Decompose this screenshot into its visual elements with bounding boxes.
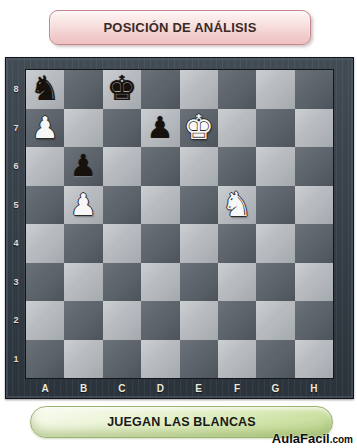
square-d4 bbox=[141, 224, 179, 263]
square-h8 bbox=[295, 70, 333, 109]
square-f7 bbox=[218, 109, 256, 148]
square-g6 bbox=[256, 147, 294, 186]
rank-labels: 87654321 bbox=[6, 70, 26, 378]
square-c6 bbox=[103, 147, 141, 186]
square-h1 bbox=[295, 340, 333, 379]
analysis-title-banner: POSICIÓN DE ANÁLISIS bbox=[49, 10, 311, 45]
brand-suffix: .com bbox=[330, 434, 353, 445]
square-g1 bbox=[256, 340, 294, 379]
square-e3 bbox=[180, 263, 218, 302]
square-b3 bbox=[64, 263, 102, 302]
square-c2 bbox=[103, 301, 141, 340]
white-pawn-b5: ♟ bbox=[70, 190, 97, 220]
square-b4 bbox=[64, 224, 102, 263]
square-a1 bbox=[26, 340, 64, 379]
square-g5 bbox=[256, 186, 294, 225]
white-king-e7: ♚ bbox=[183, 110, 213, 144]
rank-label-2: 2 bbox=[6, 301, 26, 340]
white-pawn-a7: ♟ bbox=[32, 113, 59, 143]
square-h2 bbox=[295, 301, 333, 340]
white-knight-f5: ♞ bbox=[222, 187, 252, 221]
square-h5 bbox=[295, 186, 333, 225]
square-f3 bbox=[218, 263, 256, 302]
square-c3 bbox=[103, 263, 141, 302]
square-h4 bbox=[295, 224, 333, 263]
square-c5 bbox=[103, 186, 141, 225]
file-labels: ABCDEFGH bbox=[26, 379, 333, 397]
square-f1 bbox=[218, 340, 256, 379]
black-king-c8: ♚ bbox=[107, 71, 137, 105]
square-e8 bbox=[180, 70, 218, 109]
rank-label-7: 7 bbox=[6, 109, 26, 148]
square-c7 bbox=[103, 109, 141, 148]
square-a4 bbox=[26, 224, 64, 263]
brand-watermark: AulaFacil.com bbox=[272, 429, 353, 447]
black-pawn-d7: ♟ bbox=[147, 113, 174, 143]
square-h3 bbox=[295, 263, 333, 302]
square-d3 bbox=[141, 263, 179, 302]
square-h7 bbox=[295, 109, 333, 148]
file-label-f: F bbox=[218, 379, 256, 397]
file-label-e: E bbox=[180, 379, 218, 397]
black-pawn-b6: ♟ bbox=[70, 151, 97, 181]
square-f8 bbox=[218, 70, 256, 109]
square-c4 bbox=[103, 224, 141, 263]
file-label-d: D bbox=[141, 379, 179, 397]
file-label-h: H bbox=[295, 379, 333, 397]
square-b7 bbox=[64, 109, 102, 148]
square-h6 bbox=[295, 147, 333, 186]
square-d8 bbox=[141, 70, 179, 109]
square-d7: ♟ bbox=[141, 109, 179, 148]
file-label-c: C bbox=[103, 379, 141, 397]
square-a3 bbox=[26, 263, 64, 302]
square-e2 bbox=[180, 301, 218, 340]
board-grid: ♞♚♟♟♚♟♟♞ bbox=[26, 70, 333, 378]
square-e5 bbox=[180, 186, 218, 225]
square-a2 bbox=[26, 301, 64, 340]
square-b8 bbox=[64, 70, 102, 109]
square-c8: ♚ bbox=[103, 70, 141, 109]
square-a7: ♟ bbox=[26, 109, 64, 148]
square-e6 bbox=[180, 147, 218, 186]
square-a8: ♞ bbox=[26, 70, 64, 109]
square-f4 bbox=[218, 224, 256, 263]
square-g3 bbox=[256, 263, 294, 302]
square-d6 bbox=[141, 147, 179, 186]
square-b6: ♟ bbox=[64, 147, 102, 186]
square-c1 bbox=[103, 340, 141, 379]
square-b2 bbox=[64, 301, 102, 340]
black-knight-a8: ♞ bbox=[30, 71, 60, 105]
file-label-b: B bbox=[64, 379, 102, 397]
rank-label-8: 8 bbox=[6, 70, 26, 109]
square-b5: ♟ bbox=[64, 186, 102, 225]
rank-label-3: 3 bbox=[6, 263, 26, 302]
square-a5 bbox=[26, 186, 64, 225]
rank-label-1: 1 bbox=[6, 340, 26, 379]
square-d2 bbox=[141, 301, 179, 340]
square-f5: ♞ bbox=[218, 186, 256, 225]
analysis-title: POSICIÓN DE ANÁLISIS bbox=[103, 20, 256, 35]
square-g8 bbox=[256, 70, 294, 109]
file-label-g: G bbox=[256, 379, 294, 397]
turn-text: JUEGAN LAS BLANCAS bbox=[107, 415, 256, 429]
square-b1 bbox=[64, 340, 102, 379]
square-g2 bbox=[256, 301, 294, 340]
square-d1 bbox=[141, 340, 179, 379]
file-label-a: A bbox=[26, 379, 64, 397]
rank-label-6: 6 bbox=[6, 147, 26, 186]
square-g7 bbox=[256, 109, 294, 148]
square-f2 bbox=[218, 301, 256, 340]
square-e7: ♚ bbox=[180, 109, 218, 148]
rank-label-4: 4 bbox=[6, 224, 26, 263]
square-a6 bbox=[26, 147, 64, 186]
square-d5 bbox=[141, 186, 179, 225]
square-e4 bbox=[180, 224, 218, 263]
brand-name: AulaFacil bbox=[272, 431, 330, 446]
rank-label-5: 5 bbox=[6, 186, 26, 225]
square-e1 bbox=[180, 340, 218, 379]
square-g4 bbox=[256, 224, 294, 263]
square-f6 bbox=[218, 147, 256, 186]
chess-board: 87654321 ♞♚♟♟♚♟♟♞ ABCDEFGH bbox=[5, 57, 354, 399]
